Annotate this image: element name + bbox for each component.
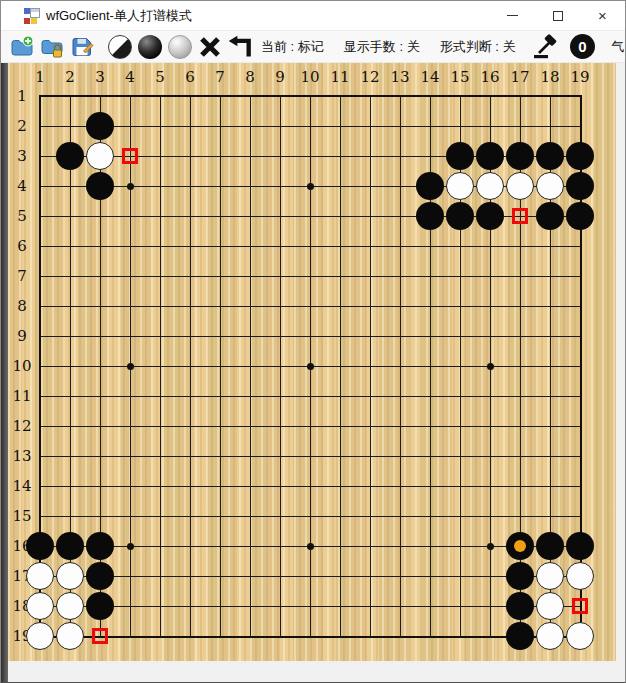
row-label: 3 [9, 145, 35, 167]
row-label: 12 [9, 415, 35, 437]
minimize-button[interactable] [490, 1, 535, 30]
row-label: 8 [9, 295, 35, 317]
row-label: 15 [9, 505, 35, 527]
black-stone[interactable] [566, 142, 594, 170]
judge-button[interactable] [531, 33, 559, 61]
app-icon-window [30, 8, 40, 18]
column-label: 2 [55, 66, 85, 88]
black-stone[interactable] [506, 622, 534, 650]
column-label: 5 [145, 66, 175, 88]
close-icon: × [598, 8, 607, 23]
star-point [487, 363, 494, 370]
shape-judgement-toggle[interactable]: 形式判断 : 关 [435, 38, 521, 56]
column-label: 9 [265, 66, 295, 88]
column-label: 19 [565, 66, 595, 88]
black-stone[interactable] [476, 202, 504, 230]
row-label: 4 [9, 175, 35, 197]
app-icon-yellow-block [31, 18, 37, 24]
save-icon [70, 35, 94, 59]
white-stone-button[interactable] [166, 33, 194, 61]
row-label: 6 [9, 235, 35, 257]
window-title: wfGoClient-单人打谱模式 [46, 7, 490, 25]
count-stone-button[interactable]: 0 [569, 33, 597, 61]
black-stone[interactable] [536, 202, 564, 230]
black-stone[interactable] [416, 172, 444, 200]
column-label: 15 [445, 66, 475, 88]
column-label: 8 [235, 66, 265, 88]
black-stone[interactable] [416, 202, 444, 230]
column-label: 17 [505, 66, 535, 88]
white-stone[interactable] [536, 622, 564, 650]
half-stone-icon [108, 35, 132, 59]
column-label: 7 [205, 66, 235, 88]
black-stone[interactable] [566, 172, 594, 200]
app-icon-red-block [24, 18, 30, 24]
black-stone[interactable] [536, 532, 564, 560]
red-square-marker[interactable] [572, 598, 588, 614]
black-stone[interactable] [476, 142, 504, 170]
row-label: 2 [9, 115, 35, 137]
row-label: 7 [9, 265, 35, 287]
white-stone[interactable] [536, 562, 564, 590]
orange-dot-marker [514, 540, 526, 552]
black-stone[interactable] [506, 592, 534, 620]
titlebar: wfGoClient-单人打谱模式 × [1, 1, 625, 31]
white-stone[interactable] [26, 592, 54, 620]
save-button[interactable] [68, 33, 96, 61]
black-stone[interactable] [86, 562, 114, 590]
delete-button[interactable] [196, 33, 224, 61]
current-mode-label[interactable]: 当前 : 标记 [256, 38, 329, 56]
column-label: 13 [385, 66, 415, 88]
white-stone[interactable] [566, 622, 594, 650]
goban[interactable]: 1234567891011121314151617181912345678910… [8, 63, 616, 661]
black-stone[interactable] [506, 562, 534, 590]
undo-button[interactable] [226, 33, 254, 61]
column-label: 12 [355, 66, 385, 88]
app-window: wfGoClient-单人打谱模式 × [0, 0, 626, 683]
gavel-icon [532, 34, 558, 60]
red-square-marker[interactable] [512, 208, 528, 224]
delete-x-icon [198, 35, 222, 59]
star-point [307, 183, 314, 190]
toolbar: 当前 : 标记 显示手数 : 关 形式判断 : 关 0 气 : 0 [1, 31, 625, 63]
column-label: 6 [175, 66, 205, 88]
star-point [127, 363, 134, 370]
zero-stone-icon: 0 [570, 34, 595, 59]
column-label: 11 [325, 66, 355, 88]
liberties-label: 气 : 0 [607, 38, 626, 56]
maximize-icon [553, 11, 563, 21]
app-icon [24, 8, 40, 24]
black-stone[interactable] [86, 592, 114, 620]
board-area: 1234567891011121314151617181912345678910… [1, 63, 625, 682]
black-stone[interactable] [26, 532, 54, 560]
white-stone[interactable] [506, 172, 534, 200]
star-point [307, 363, 314, 370]
star-point [127, 543, 134, 550]
row-label: 11 [9, 385, 35, 407]
folder-lock-icon [40, 35, 64, 59]
gray-stone-icon [168, 35, 192, 59]
white-stone[interactable] [56, 562, 84, 590]
white-stone[interactable] [86, 142, 114, 170]
column-label: 14 [415, 66, 445, 88]
black-stone[interactable] [566, 532, 594, 560]
column-label: 16 [475, 66, 505, 88]
row-label: 1 [9, 85, 35, 107]
column-label: 4 [115, 66, 145, 88]
white-stone[interactable] [536, 172, 564, 200]
row-label: 13 [9, 445, 35, 467]
red-square-marker[interactable] [122, 148, 138, 164]
row-label: 10 [9, 355, 35, 377]
black-stone-button[interactable] [136, 33, 164, 61]
open-add-button[interactable] [8, 33, 36, 61]
white-stone[interactable] [536, 592, 564, 620]
app-icon-blue-block [24, 8, 30, 14]
black-stone[interactable] [506, 142, 534, 170]
black-stone[interactable] [86, 112, 114, 140]
star-point [307, 543, 314, 550]
half-stone-button[interactable] [106, 33, 134, 61]
black-stone[interactable] [86, 532, 114, 560]
close-button[interactable]: × [580, 1, 625, 30]
white-stone[interactable] [56, 622, 84, 650]
white-stone[interactable] [26, 562, 54, 590]
white-stone[interactable] [476, 172, 504, 200]
row-label: 9 [9, 325, 35, 347]
black-stone[interactable] [446, 142, 474, 170]
row-label: 14 [9, 475, 35, 497]
minimize-icon [507, 15, 518, 16]
undo-arrow-icon [227, 34, 253, 60]
folder-add-icon [10, 35, 34, 59]
column-label: 10 [295, 66, 325, 88]
black-stone[interactable] [56, 142, 84, 170]
black-stone[interactable] [446, 202, 474, 230]
star-point [487, 543, 494, 550]
column-label: 18 [535, 66, 565, 88]
left-dark-strip [1, 63, 8, 682]
black-stone[interactable] [56, 532, 84, 560]
open-locked-button[interactable] [38, 33, 66, 61]
black-stone-icon [138, 35, 162, 59]
show-move-numbers-toggle[interactable]: 显示手数 : 关 [339, 38, 425, 56]
white-stone[interactable] [566, 562, 594, 590]
white-stone[interactable] [26, 622, 54, 650]
black-stone[interactable] [566, 202, 594, 230]
row-label: 5 [9, 205, 35, 227]
red-square-marker[interactable] [92, 628, 108, 644]
black-stone[interactable] [86, 172, 114, 200]
white-stone[interactable] [446, 172, 474, 200]
maximize-button[interactable] [535, 1, 580, 30]
star-point [127, 183, 134, 190]
column-label: 3 [85, 66, 115, 88]
black-stone[interactable] [536, 142, 564, 170]
white-stone[interactable] [56, 592, 84, 620]
